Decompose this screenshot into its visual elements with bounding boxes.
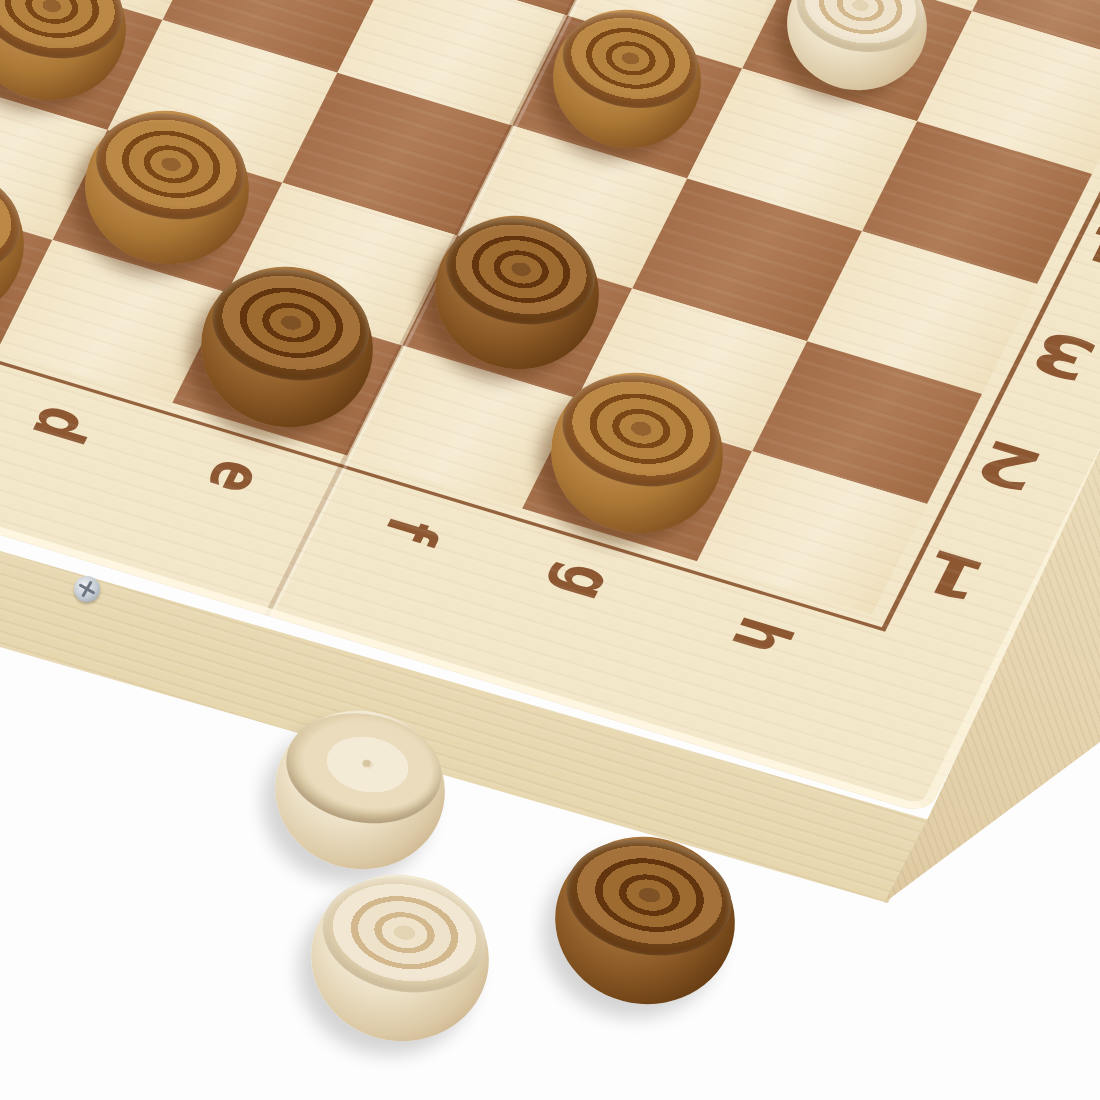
file-label-g: g — [545, 558, 627, 608]
scene: abcdefgh 12345678 — [0, 0, 1100, 1100]
file-label-e: e — [195, 453, 276, 502]
file-label-f: f — [373, 511, 449, 549]
screw-icon — [74, 576, 100, 602]
file-label-d: d — [20, 399, 102, 449]
file-label-h: h — [720, 611, 802, 661]
checker-top-rings — [789, 0, 931, 62]
loose-checker-light-2[interactable] — [298, 861, 502, 1055]
checker-top-rings — [0, 0, 131, 69]
checker-top-rings — [314, 865, 495, 1005]
